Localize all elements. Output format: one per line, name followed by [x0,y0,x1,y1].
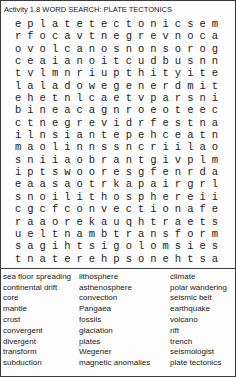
grid-cell-r15c1[interactable]: s [12,191,24,203]
grid-cell-r2c16[interactable]: c [196,30,208,42]
grid-cell-r13c4[interactable]: s [49,166,61,178]
grid-cell-r4c2[interactable]: e [24,55,36,67]
grid-cell-r8c15[interactable]: e [184,104,196,116]
grid-cell-r14c3[interactable]: a [37,178,49,190]
grid-cell-r1c15[interactable]: s [184,18,196,30]
grid-cell-r11c5[interactable]: i [61,141,73,153]
grid-cell-r10c12[interactable]: h [147,129,159,141]
grid-cell-r9c7[interactable]: e [86,117,98,129]
grid-cell-r10c15[interactable]: a [184,129,196,141]
grid-cell-r19c15[interactable]: i [184,240,196,252]
grid-cell-r7c3[interactable]: e [37,92,49,104]
grid-cell-r1c17[interactable]: m [209,18,221,30]
grid-cell-r6c9[interactable]: g [110,80,122,92]
grid-cell-r18c5[interactable]: n [61,228,73,240]
grid-cell-r3c7[interactable]: n [86,43,98,55]
grid-cell-r10c17[interactable]: n [209,129,221,141]
grid-cell-r7c13[interactable]: a [160,92,172,104]
grid-cell-r2c9[interactable]: e [110,30,122,42]
grid-cell-r20c14[interactable]: h [172,253,184,265]
grid-cell-r19c5[interactable]: h [61,240,73,252]
grid-cell-r2c5[interactable]: a [61,30,73,42]
grid-cell-r3c10[interactable]: n [123,43,135,55]
grid-cell-r6c14[interactable]: d [172,80,184,92]
grid-cell-r9c16[interactable]: n [196,117,208,129]
grid-cell-r8c3[interactable]: n [37,104,49,116]
grid-cell-r1c8[interactable]: e [98,18,110,30]
grid-cell-r11c11[interactable]: c [135,141,147,153]
grid-cell-r10c13[interactable]: c [160,129,172,141]
grid-cell-r12c8[interactable]: r [98,154,110,166]
grid-cell-r12c16[interactable]: l [196,154,208,166]
grid-cell-r5c17[interactable]: e [209,67,221,79]
grid-cell-r12c9[interactable]: a [110,154,122,166]
grid-cell-r13c15[interactable]: r [184,166,196,178]
grid-cell-r7c1[interactable]: e [12,92,24,104]
grid-cell-r5c14[interactable]: y [172,67,184,79]
grid-cell-r10c6[interactable]: a [73,129,85,141]
grid-cell-r13c12[interactable]: f [147,166,159,178]
grid-cell-r12c14[interactable]: v [172,154,184,166]
grid-cell-r15c4[interactable]: i [49,191,61,203]
grid-cell-r13c3[interactable]: t [37,166,49,178]
grid-cell-r4c17[interactable]: n [209,55,221,67]
grid-cell-r14c10[interactable]: a [123,178,135,190]
grid-cell-r11c6[interactable]: n [73,141,85,153]
grid-cell-r7c11[interactable]: v [135,92,147,104]
grid-cell-r2c13[interactable]: v [160,30,172,42]
grid-cell-r4c12[interactable]: d [147,55,159,67]
grid-cell-r17c10[interactable]: q [123,216,135,228]
grid-cell-r1c10[interactable]: t [123,18,135,30]
grid-cell-r13c17[interactable]: a [209,166,221,178]
grid-cell-r19c17[interactable]: s [209,240,221,252]
grid-cell-r7c9[interactable]: e [110,92,122,104]
grid-cell-r19c14[interactable]: s [172,240,184,252]
grid-cell-r5c1[interactable]: t [12,67,24,79]
grid-cell-r9c17[interactable]: a [209,117,221,129]
grid-cell-r15c2[interactable]: n [24,191,36,203]
grid-cell-r10c4[interactable]: s [49,129,61,141]
grid-cell-r9c8[interactable]: v [98,117,110,129]
grid-cell-r12c15[interactable]: p [184,154,196,166]
grid-cell-r3c8[interactable]: o [98,43,110,55]
grid-cell-r8c10[interactable]: r [123,104,135,116]
grid-cell-r16c1[interactable]: c [12,203,24,215]
grid-cell-r2c4[interactable]: c [49,30,61,42]
grid-cell-r9c2[interactable]: t [24,117,36,129]
grid-cell-r7c8[interactable]: a [98,92,110,104]
grid-cell-r19c9[interactable]: g [110,240,122,252]
grid-cell-r16c6[interactable]: o [73,203,85,215]
grid-cell-r3c14[interactable]: o [172,43,184,55]
grid-cell-r17c4[interactable]: o [49,216,61,228]
grid-cell-r8c13[interactable]: o [160,104,172,116]
grid-cell-r16c8[interactable]: v [98,203,110,215]
grid-cell-r14c6[interactable]: o [73,178,85,190]
grid-cell-r8c17[interactable]: c [209,104,221,116]
grid-cell-r3c15[interactable]: r [184,43,196,55]
grid-cell-r3c2[interactable]: v [24,43,36,55]
grid-cell-r12c1[interactable]: s [12,154,24,166]
grid-cell-r9c15[interactable]: t [184,117,196,129]
grid-cell-r5c7[interactable]: i [86,67,98,79]
grid-cell-r6c8[interactable]: e [98,80,110,92]
grid-cell-r8c4[interactable]: e [49,104,61,116]
grid-cell-r10c8[interactable]: t [98,129,110,141]
grid-cell-r6c10[interactable]: e [123,80,135,92]
grid-cell-r3c9[interactable]: s [110,43,122,55]
grid-cell-r16c16[interactable]: f [196,203,208,215]
grid-cell-r1c14[interactable]: c [172,18,184,30]
grid-cell-r4c9[interactable]: t [110,55,122,67]
grid-cell-r17c13[interactable]: r [160,216,172,228]
grid-cell-r6c16[interactable]: i [196,80,208,92]
grid-cell-r7c5[interactable]: n [61,92,73,104]
grid-cell-r8c1[interactable]: b [12,104,24,116]
grid-cell-r8c5[interactable]: a [61,104,73,116]
grid-cell-r20c3[interactable]: a [37,253,49,265]
grid-cell-r14c5[interactable]: a [61,178,73,190]
grid-cell-r4c1[interactable]: c [12,55,24,67]
grid-cell-r4c14[interactable]: u [172,55,184,67]
grid-cell-r4c15[interactable]: s [184,55,196,67]
grid-cell-r19c6[interactable]: t [73,240,85,252]
grid-cell-r11c17[interactable]: o [209,141,221,153]
grid-cell-r4c3[interactable]: a [37,55,49,67]
grid-cell-r18c1[interactable]: u [12,228,24,240]
grid-cell-r7c14[interactable]: r [172,92,184,104]
grid-cell-r1c12[interactable]: n [147,18,159,30]
grid-cell-r15c16[interactable]: i [196,191,208,203]
grid-cell-r9c14[interactable]: s [172,117,184,129]
grid-cell-r11c10[interactable]: n [123,141,135,153]
grid-cell-r14c7[interactable]: t [86,178,98,190]
grid-cell-r2c14[interactable]: n [172,30,184,42]
grid-cell-r14c11[interactable]: p [135,178,147,190]
grid-cell-r19c1[interactable]: s [12,240,24,252]
grid-cell-r4c5[interactable]: a [61,55,73,67]
grid-cell-r4c16[interactable]: n [196,55,208,67]
grid-cell-r11c16[interactable]: a [196,141,208,153]
grid-cell-r5c16[interactable]: t [196,67,208,79]
grid-cell-r11c15[interactable]: l [184,141,196,153]
grid-cell-r2c17[interactable]: a [209,30,221,42]
grid-cell-r17c7[interactable]: k [86,216,98,228]
grid-cell-r18c17[interactable]: m [209,228,221,240]
grid-cell-r19c4[interactable]: i [49,240,61,252]
grid-cell-r13c8[interactable]: r [98,166,110,178]
grid-cell-r16c10[interactable]: c [123,203,135,215]
grid-cell-r16c3[interactable]: c [37,203,49,215]
grid-cell-r3c6[interactable]: a [73,43,85,55]
grid-cell-r6c1[interactable]: l [12,80,24,92]
grid-cell-r1c9[interactable]: c [110,18,122,30]
grid-cell-r9c5[interactable]: g [61,117,73,129]
grid-cell-r19c10[interactable]: o [123,240,135,252]
grid-cell-r14c9[interactable]: k [110,178,122,190]
grid-cell-r15c11[interactable]: p [135,191,147,203]
grid-cell-r8c8[interactable]: g [98,104,110,116]
grid-cell-r7c12[interactable]: p [147,92,159,104]
grid-cell-r13c7[interactable]: o [86,166,98,178]
grid-cell-r3c4[interactable]: l [49,43,61,55]
grid-cell-r7c6[interactable]: l [73,92,85,104]
grid-cell-r16c7[interactable]: n [86,203,98,215]
grid-cell-r3c1[interactable]: o [12,43,24,55]
grid-cell-r18c12[interactable]: n [147,228,159,240]
grid-cell-r10c2[interactable]: l [24,129,36,141]
grid-cell-r15c14[interactable]: r [172,191,184,203]
grid-cell-r17c12[interactable]: t [147,216,159,228]
grid-cell-r17c9[interactable]: u [110,216,122,228]
grid-cell-r13c1[interactable]: i [12,166,24,178]
grid-cell-r20c17[interactable]: a [209,253,221,265]
grid-cell-r8c2[interactable]: i [24,104,36,116]
grid-cell-r15c3[interactable]: o [37,191,49,203]
grid-cell-r20c15[interactable]: t [184,253,196,265]
grid-cell-r18c4[interactable]: t [49,228,61,240]
grid-cell-r11c8[interactable]: s [98,141,110,153]
grid-cell-r11c7[interactable]: n [86,141,98,153]
grid-cell-r1c5[interactable]: t [61,18,73,30]
grid-cell-r20c12[interactable]: n [147,253,159,265]
grid-cell-r17c8[interactable]: a [98,216,110,228]
grid-cell-r8c11[interactable]: o [135,104,147,116]
grid-cell-r6c13[interactable]: r [160,80,172,92]
grid-cell-r5c2[interactable]: v [24,67,36,79]
grid-cell-r4c4[interactable]: i [49,55,61,67]
grid-cell-r3c12[interactable]: n [147,43,159,55]
grid-cell-r11c2[interactable]: a [24,141,36,153]
grid-cell-r17c3[interactable]: a [37,216,49,228]
grid-cell-r14c13[interactable]: i [160,178,172,190]
grid-cell-r2c6[interactable]: v [73,30,85,42]
grid-cell-r2c7[interactable]: t [86,30,98,42]
grid-cell-r1c16[interactable]: e [196,18,208,30]
grid-cell-r19c2[interactable]: a [24,240,36,252]
grid-cell-r9c9[interactable]: i [110,117,122,129]
grid-cell-r17c14[interactable]: a [172,216,184,228]
grid-cell-r16c14[interactable]: n [172,203,184,215]
grid-cell-r14c12[interactable]: a [147,178,159,190]
grid-cell-r20c9[interactable]: p [110,253,122,265]
grid-cell-r15c17[interactable]: i [209,191,221,203]
grid-cell-r5c8[interactable]: u [98,67,110,79]
grid-cell-r15c6[interactable]: i [73,191,85,203]
grid-cell-r20c8[interactable]: h [98,253,110,265]
grid-cell-r8c12[interactable]: e [147,104,159,116]
grid-cell-r19c11[interactable]: l [135,240,147,252]
grid-cell-r12c4[interactable]: i [49,154,61,166]
grid-cell-r9c3[interactable]: n [37,117,49,129]
grid-cell-r1c4[interactable]: a [49,18,61,30]
grid-cell-r4c11[interactable]: u [135,55,147,67]
grid-cell-r1c2[interactable]: p [24,18,36,30]
grid-cell-r9c1[interactable]: c [12,117,24,129]
grid-cell-r3c17[interactable]: g [209,43,221,55]
grid-cell-r10c5[interactable]: i [61,129,73,141]
grid-cell-r16c5[interactable]: c [61,203,73,215]
grid-cell-r17c1[interactable]: r [12,216,24,228]
grid-cell-r20c13[interactable]: e [160,253,172,265]
grid-cell-r20c7[interactable]: e [86,253,98,265]
grid-cell-r7c4[interactable]: t [49,92,61,104]
grid-cell-r18c11[interactable]: a [135,228,147,240]
grid-cell-r12c6[interactable]: o [73,154,85,166]
grid-cell-r8c16[interactable]: e [196,104,208,116]
grid-cell-r11c3[interactable]: o [37,141,49,153]
grid-cell-r19c3[interactable]: g [37,240,49,252]
grid-cell-r19c8[interactable]: i [98,240,110,252]
grid-cell-r13c6[interactable]: o [73,166,85,178]
grid-cell-r8c7[interactable]: a [86,104,98,116]
grid-cell-r14c14[interactable]: r [172,178,184,190]
grid-cell-r16c15[interactable]: a [184,203,196,215]
grid-cell-r18c7[interactable]: m [86,228,98,240]
grid-cell-r5c13[interactable]: t [160,67,172,79]
grid-cell-r11c14[interactable]: i [172,141,184,153]
grid-cell-r10c16[interactable]: t [196,129,208,141]
grid-cell-r8c6[interactable]: c [73,104,85,116]
grid-cell-r20c5[interactable]: e [61,253,73,265]
grid-cell-r12c5[interactable]: a [61,154,73,166]
grid-cell-r19c13[interactable]: m [160,240,172,252]
grid-cell-r9c6[interactable]: r [73,117,85,129]
grid-cell-r6c12[interactable]: e [147,80,159,92]
grid-cell-r16c4[interactable]: f [49,203,61,215]
grid-cell-r17c2[interactable]: a [24,216,36,228]
grid-cell-r6c7[interactable]: w [86,80,98,92]
grid-cell-r13c9[interactable]: e [110,166,122,178]
grid-cell-r9c10[interactable]: d [123,117,135,129]
grid-cell-r6c4[interactable]: a [49,80,61,92]
grid-cell-r9c11[interactable]: r [135,117,147,129]
grid-cell-r14c17[interactable]: l [209,178,221,190]
grid-cell-r7c2[interactable]: h [24,92,36,104]
grid-cell-r9c4[interactable]: e [49,117,61,129]
grid-cell-r5c15[interactable]: i [184,67,196,79]
grid-cell-r8c14[interactable]: t [172,104,184,116]
grid-cell-r16c12[interactable]: i [147,203,159,215]
grid-cell-r15c5[interactable]: l [61,191,73,203]
grid-cell-r20c10[interactable]: s [123,253,135,265]
grid-cell-r2c1[interactable]: r [12,30,24,42]
grid-cell-r15c8[interactable]: h [98,191,110,203]
grid-cell-r12c12[interactable]: g [147,154,159,166]
grid-cell-r10c3[interactable]: n [37,129,49,141]
grid-cell-r4c13[interactable]: b [160,55,172,67]
grid-cell-r9c12[interactable]: f [147,117,159,129]
grid-cell-r6c2[interactable]: a [24,80,36,92]
grid-cell-r16c2[interactable]: g [24,203,36,215]
grid-cell-r5c6[interactable]: r [73,67,85,79]
grid-cell-r8c9[interactable]: n [110,104,122,116]
grid-cell-r5c5[interactable]: n [61,67,73,79]
grid-cell-r5c4[interactable]: m [49,67,61,79]
grid-cell-r20c2[interactable]: n [24,253,36,265]
grid-cell-r14c15[interactable]: g [184,178,196,190]
grid-cell-r19c7[interactable]: s [86,240,98,252]
grid-cell-r11c13[interactable]: i [160,141,172,153]
grid-cell-r13c16[interactable]: d [196,166,208,178]
grid-cell-r5c10[interactable]: t [123,67,135,79]
grid-cell-r14c16[interactable]: r [196,178,208,190]
grid-cell-r16c17[interactable]: e [209,203,221,215]
grid-cell-r1c11[interactable]: o [135,18,147,30]
grid-cell-r9c13[interactable]: e [160,117,172,129]
grid-cell-r11c9[interactable]: s [110,141,122,153]
grid-cell-r17c17[interactable]: s [209,216,221,228]
grid-cell-r16c9[interactable]: e [110,203,122,215]
grid-cell-r2c2[interactable]: f [24,30,36,42]
grid-cell-r10c1[interactable]: i [12,129,24,141]
grid-cell-r18c3[interactable]: l [37,228,49,240]
grid-cell-r3c5[interactable]: c [61,43,73,55]
grid-cell-r13c5[interactable]: w [61,166,73,178]
grid-cell-r2c8[interactable]: n [98,30,110,42]
grid-cell-r15c13[interactable]: e [160,191,172,203]
grid-cell-r7c17[interactable]: i [209,92,221,104]
grid-cell-r11c1[interactable]: m [12,141,24,153]
grid-cell-r14c2[interactable]: a [24,178,36,190]
grid-cell-r1c1[interactable]: e [12,18,24,30]
grid-cell-r3c13[interactable]: s [160,43,172,55]
grid-cell-r5c11[interactable]: h [135,67,147,79]
grid-cell-r19c16[interactable]: e [196,240,208,252]
grid-cell-r18c13[interactable]: s [160,228,172,240]
grid-cell-r3c11[interactable]: o [135,43,147,55]
grid-cell-r2c15[interactable]: o [184,30,196,42]
grid-cell-r13c14[interactable]: n [172,166,184,178]
grid-cell-r15c15[interactable]: e [184,191,196,203]
grid-cell-r12c13[interactable]: i [160,154,172,166]
grid-cell-r12c7[interactable]: b [86,154,98,166]
grid-cell-r5c12[interactable]: i [147,67,159,79]
grid-cell-r13c11[interactable]: g [135,166,147,178]
grid-cell-r6c15[interactable]: m [184,80,196,92]
grid-cell-r17c11[interactable]: h [135,216,147,228]
grid-cell-r6c3[interactable]: l [37,80,49,92]
grid-cell-r14c1[interactable]: e [12,178,24,190]
grid-cell-r5c9[interactable]: p [110,67,122,79]
grid-cell-r12c3[interactable]: i [37,154,49,166]
grid-cell-r2c10[interactable]: g [123,30,135,42]
grid-cell-r13c10[interactable]: s [123,166,135,178]
grid-cell-r1c7[interactable]: t [86,18,98,30]
grid-cell-r18c2[interactable]: e [24,228,36,240]
grid-cell-r2c12[interactable]: e [147,30,159,42]
grid-cell-r6c5[interactable]: d [61,80,73,92]
grid-cell-r11c4[interactable]: l [49,141,61,153]
grid-cell-r15c7[interactable]: t [86,191,98,203]
grid-cell-r20c1[interactable]: t [12,253,24,265]
grid-cell-r3c16[interactable]: o [196,43,208,55]
grid-cell-r12c2[interactable]: n [24,154,36,166]
grid-cell-r17c15[interactable]: e [184,216,196,228]
grid-cell-r1c3[interactable]: l [37,18,49,30]
grid-cell-r20c4[interactable]: t [49,253,61,265]
grid-cell-r2c3[interactable]: o [37,30,49,42]
grid-cell-r6c11[interactable]: n [135,80,147,92]
grid-cell-r17c5[interactable]: r [61,216,73,228]
grid-cell-r1c6[interactable]: e [73,18,85,30]
grid-cell-r20c6[interactable]: r [73,253,85,265]
grid-cell-r18c9[interactable]: t [110,228,122,240]
grid-cell-r18c14[interactable]: f [172,228,184,240]
grid-cell-r10c14[interactable]: e [172,129,184,141]
grid-cell-r12c10[interactable]: n [123,154,135,166]
